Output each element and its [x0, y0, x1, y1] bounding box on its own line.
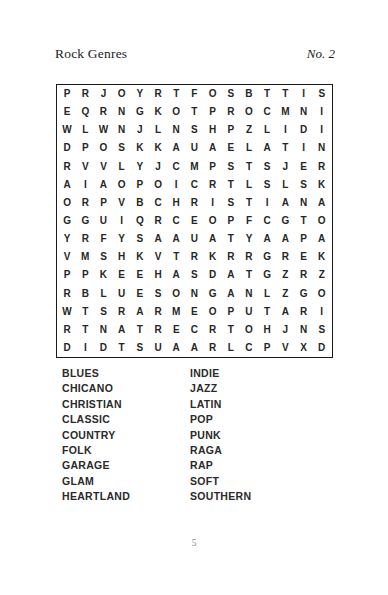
- grid-cell: L: [222, 339, 240, 357]
- puzzle-number: No. 2: [307, 46, 335, 62]
- grid-cell: C: [240, 339, 258, 357]
- grid-cell: E: [185, 303, 203, 321]
- grid-cell: R: [58, 158, 76, 176]
- grid-cell: L: [276, 176, 294, 194]
- grid-cell: I: [294, 85, 312, 103]
- grid-cell: E: [294, 248, 312, 266]
- grid-cell: T: [222, 230, 240, 248]
- grid-cell: E: [131, 266, 149, 284]
- grid-cell: P: [204, 158, 222, 176]
- grid-cell: U: [185, 230, 203, 248]
- grid-cell: T: [185, 103, 203, 121]
- grid-cell: I: [294, 139, 312, 157]
- grid-cell: R: [58, 285, 76, 303]
- grid-cell: Y: [131, 85, 149, 103]
- grid-cell: T: [276, 85, 294, 103]
- grid-cell: S: [258, 176, 276, 194]
- grid-cell: N: [113, 103, 131, 121]
- grid-cell: K: [131, 139, 149, 157]
- grid-cell: U: [113, 285, 131, 303]
- grid-cell: A: [258, 139, 276, 157]
- grid-cell: R: [185, 194, 203, 212]
- grid-cell: U: [185, 139, 203, 157]
- grid-cell: O: [313, 212, 331, 230]
- grid-cell: I: [167, 176, 185, 194]
- grid-cell: V: [58, 248, 76, 266]
- word-list-item: LATIN: [190, 397, 251, 412]
- grid-cell: J: [276, 158, 294, 176]
- grid-cell: R: [149, 303, 167, 321]
- grid-cell: P: [58, 85, 76, 103]
- grid-cell: T: [240, 194, 258, 212]
- grid-cell: K: [204, 248, 222, 266]
- grid-cell: A: [167, 266, 185, 284]
- grid-cell: G: [204, 285, 222, 303]
- grid-cell: A: [185, 339, 203, 357]
- grid-cell: D: [313, 339, 331, 357]
- word-list: BLUESCHICANOCHRISTIANCLASSICCOUNTRYFOLKG…: [62, 366, 251, 505]
- grid-cell: Y: [113, 230, 131, 248]
- grid-cell: O: [204, 212, 222, 230]
- grid-cell: O: [204, 85, 222, 103]
- word-list-item: COUNTRY: [62, 428, 190, 443]
- grid-cell: K: [313, 176, 331, 194]
- grid-cell: J: [94, 85, 112, 103]
- grid-cell: C: [258, 212, 276, 230]
- grid-cell: K: [313, 248, 331, 266]
- grid-cell: B: [240, 85, 258, 103]
- grid-cell: O: [149, 176, 167, 194]
- grid-cell: S: [222, 194, 240, 212]
- grid-cell: O: [313, 285, 331, 303]
- grid-cell: G: [276, 212, 294, 230]
- grid-cell: R: [76, 194, 94, 212]
- grid-cell: A: [276, 230, 294, 248]
- grid-cell: I: [204, 194, 222, 212]
- grid-cell: S: [94, 248, 112, 266]
- grid-cell: L: [113, 158, 131, 176]
- grid-cell: C: [167, 158, 185, 176]
- grid-cell: V: [276, 339, 294, 357]
- grid-cell: T: [113, 339, 131, 357]
- grid-cell: Z: [240, 121, 258, 139]
- grid-cell: T: [276, 139, 294, 157]
- grid-cell: S: [222, 85, 240, 103]
- grid-cell: T: [294, 212, 312, 230]
- grid-cell: G: [76, 212, 94, 230]
- grid-cell: R: [313, 158, 331, 176]
- grid-cell: W: [94, 121, 112, 139]
- grid-cell: P: [294, 230, 312, 248]
- grid-cell: V: [94, 158, 112, 176]
- word-list-item: CHRISTIAN: [62, 397, 190, 412]
- grid-cell: A: [204, 230, 222, 248]
- grid-cell: R: [76, 85, 94, 103]
- grid-cell: T: [222, 321, 240, 339]
- grid-cell: I: [113, 212, 131, 230]
- word-list-item: SOUTHERN: [190, 489, 251, 504]
- grid-cell: R: [222, 248, 240, 266]
- grid-cell: W: [58, 121, 76, 139]
- grid-cell: F: [185, 85, 203, 103]
- grid-cell: A: [222, 266, 240, 284]
- grid-cell: I: [76, 176, 94, 194]
- word-list-item: BLUES: [62, 366, 190, 381]
- grid-cell: B: [76, 285, 94, 303]
- puzzle-title: Rock Genres: [55, 46, 127, 62]
- grid-cell: K: [149, 103, 167, 121]
- word-list-item: INDIE: [190, 366, 251, 381]
- grid-cell: E: [58, 103, 76, 121]
- grid-cell: U: [149, 339, 167, 357]
- grid-cell: V: [113, 194, 131, 212]
- grid-cell: G: [58, 212, 76, 230]
- grid-cell: S: [131, 230, 149, 248]
- grid-cell: I: [313, 121, 331, 139]
- grid-cell: T: [76, 303, 94, 321]
- grid-cell: A: [113, 321, 131, 339]
- grid-cell: J: [276, 321, 294, 339]
- grid-cell: A: [94, 176, 112, 194]
- grid-cell: L: [258, 285, 276, 303]
- grid-cell: N: [294, 194, 312, 212]
- grid-cell: I: [276, 121, 294, 139]
- word-list-column-1: BLUESCHICANOCHRISTIANCLASSICCOUNTRYFOLKG…: [62, 366, 190, 505]
- grid-cell: E: [222, 139, 240, 157]
- grid-cell: L: [240, 176, 258, 194]
- grid-cell: Y: [131, 158, 149, 176]
- grid-cell: M: [276, 103, 294, 121]
- word-list-item: PUNK: [190, 428, 251, 443]
- grid-cell: R: [276, 248, 294, 266]
- grid-cell: F: [94, 230, 112, 248]
- word-list-item: GLAM: [62, 474, 190, 489]
- grid-cell: O: [167, 285, 185, 303]
- grid-cell: V: [76, 158, 94, 176]
- grid-cell: O: [167, 103, 185, 121]
- grid-cell: N: [94, 321, 112, 339]
- grid-cell: M: [167, 303, 185, 321]
- grid-cell: L: [258, 121, 276, 139]
- grid-cell: G: [258, 266, 276, 284]
- page-header: Rock Genres No. 2: [55, 46, 335, 62]
- grid-cell: N: [167, 121, 185, 139]
- word-list-item: SOFT: [190, 474, 251, 489]
- grid-cell: R: [58, 321, 76, 339]
- grid-cell: J: [149, 158, 167, 176]
- grid-cell: O: [240, 103, 258, 121]
- page-number: 5: [0, 538, 388, 548]
- word-list-item: CHICANO: [62, 381, 190, 396]
- word-list-item: CLASSIC: [62, 412, 190, 427]
- grid-cell: L: [94, 285, 112, 303]
- grid-cell: R: [204, 176, 222, 194]
- grid-cell: D: [58, 139, 76, 157]
- grid-cell: C: [167, 212, 185, 230]
- grid-cell: R: [149, 321, 167, 339]
- puzzle-page: Rock Genres No. 2 PRJOYRTFOSBTTISEQRNGKO…: [0, 0, 388, 595]
- grid-cell: A: [258, 230, 276, 248]
- grid-cell: H: [258, 321, 276, 339]
- grid-cell: I: [313, 103, 331, 121]
- word-search-grid: PRJOYRTFOSBTTISEQRNGKOTPROCMNIWLWNJLNSHP…: [56, 84, 333, 358]
- grid-cell: T: [222, 176, 240, 194]
- grid-cell: S: [94, 303, 112, 321]
- word-list-item: RAP: [190, 458, 251, 473]
- grid-cell: N: [113, 121, 131, 139]
- grid-cell: J: [131, 121, 149, 139]
- grid-cell: T: [240, 266, 258, 284]
- word-list-item: RAGA: [190, 443, 251, 458]
- grid-cell: R: [76, 230, 94, 248]
- grid-cell: H: [149, 266, 167, 284]
- grid-cell: Z: [276, 285, 294, 303]
- grid-cell: P: [222, 303, 240, 321]
- grid-cell: R: [204, 339, 222, 357]
- grid-cell: O: [94, 139, 112, 157]
- grid-cell: S: [185, 121, 203, 139]
- grid-cell: I: [313, 303, 331, 321]
- grid-cell: S: [185, 266, 203, 284]
- grid-cell: U: [240, 303, 258, 321]
- grid-cell: O: [58, 194, 76, 212]
- grid-cell: R: [149, 85, 167, 103]
- word-list-item: JAZZ: [190, 381, 251, 396]
- grid-cell: A: [131, 303, 149, 321]
- grid-cell: M: [185, 158, 203, 176]
- grid-cell: A: [167, 339, 185, 357]
- grid-cell: T: [167, 248, 185, 266]
- grid-cell: E: [131, 285, 149, 303]
- grid-cell: K: [131, 248, 149, 266]
- grid-cell: R: [113, 303, 131, 321]
- grid-cell: Z: [276, 266, 294, 284]
- grid-cell: E: [167, 321, 185, 339]
- grid-cell: Y: [58, 230, 76, 248]
- word-list-item: GARAGE: [62, 458, 190, 473]
- grid-cell: R: [294, 303, 312, 321]
- grid-cell: T: [240, 158, 258, 176]
- grid-cell: T: [76, 321, 94, 339]
- word-list-column-2: INDIEJAZZLATINPOPPUNKRAGARAPSOFTSOUTHERN: [190, 366, 251, 505]
- grid-cell: A: [222, 285, 240, 303]
- grid-cell: A: [276, 194, 294, 212]
- grid-cell: R: [222, 103, 240, 121]
- grid-cell: D: [204, 266, 222, 284]
- grid-cell: D: [94, 339, 112, 357]
- grid-cell: N: [294, 103, 312, 121]
- grid-cell: P: [76, 266, 94, 284]
- grid-cell: S: [258, 158, 276, 176]
- grid-cell: G: [131, 103, 149, 121]
- grid-cell: F: [240, 212, 258, 230]
- grid-cell: C: [185, 176, 203, 194]
- grid-cell: E: [185, 212, 203, 230]
- grid-cell: O: [113, 85, 131, 103]
- word-list-item: HEARTLAND: [62, 489, 190, 504]
- grid-cell: H: [167, 194, 185, 212]
- grid-cell: R: [149, 212, 167, 230]
- grid-cell: E: [113, 266, 131, 284]
- grid-cell: C: [185, 321, 203, 339]
- grid-cell: P: [94, 194, 112, 212]
- grid-cell: Q: [76, 103, 94, 121]
- grid-cell: A: [204, 139, 222, 157]
- grid-cell: B: [131, 194, 149, 212]
- grid-cell: E: [294, 158, 312, 176]
- grid-cell: I: [76, 339, 94, 357]
- grid-cell: Y: [240, 230, 258, 248]
- grid-cell: M: [76, 248, 94, 266]
- grid-cell: P: [222, 212, 240, 230]
- grid-cell: X: [294, 339, 312, 357]
- grid-cell: R: [294, 266, 312, 284]
- grid-cell: N: [313, 139, 331, 157]
- grid-cell: N: [240, 285, 258, 303]
- grid-cell: H: [113, 248, 131, 266]
- grid-cell: L: [149, 121, 167, 139]
- grid-cell: G: [258, 248, 276, 266]
- grid-cell: L: [76, 121, 94, 139]
- grid-cell: H: [204, 121, 222, 139]
- grid-cell: N: [294, 321, 312, 339]
- grid-cell: P: [258, 339, 276, 357]
- grid-cell: D: [294, 121, 312, 139]
- grid-cell: O: [240, 321, 258, 339]
- grid-cell: Z: [313, 266, 331, 284]
- grid-cell: P: [76, 139, 94, 157]
- grid-cell: S: [294, 176, 312, 194]
- grid-cell: D: [58, 339, 76, 357]
- grid-cell: S: [149, 285, 167, 303]
- grid-cell: S: [113, 139, 131, 157]
- grid-cell: T: [258, 303, 276, 321]
- grid-cell: G: [294, 285, 312, 303]
- grid-cell: C: [258, 103, 276, 121]
- grid-cell: T: [258, 85, 276, 103]
- grid-cell: R: [185, 248, 203, 266]
- grid-cell: O: [113, 176, 131, 194]
- grid-cell: P: [222, 121, 240, 139]
- word-list-item: POP: [190, 412, 251, 427]
- grid-cell: K: [149, 139, 167, 157]
- grid-cell: Q: [131, 212, 149, 230]
- grid-cell: R: [94, 103, 112, 121]
- grid-cell: V: [149, 248, 167, 266]
- grid-cell: S: [222, 158, 240, 176]
- grid-cell: A: [313, 194, 331, 212]
- grid-cell: S: [131, 339, 149, 357]
- grid-cell: P: [204, 103, 222, 121]
- grid-cell: R: [204, 321, 222, 339]
- word-list-item: FOLK: [62, 443, 190, 458]
- grid-cell: S: [313, 321, 331, 339]
- grid-cell: R: [240, 248, 258, 266]
- grid-cell: T: [131, 321, 149, 339]
- grid-cell: P: [131, 176, 149, 194]
- grid-cell: A: [58, 176, 76, 194]
- grid-cell: A: [167, 230, 185, 248]
- grid-cell: A: [276, 303, 294, 321]
- grid-cell: K: [94, 266, 112, 284]
- grid-cell: A: [313, 230, 331, 248]
- grid-cell: S: [313, 85, 331, 103]
- grid-cell: P: [58, 266, 76, 284]
- grid-cell: O: [204, 303, 222, 321]
- grid-cell: T: [167, 85, 185, 103]
- grid-cell: A: [167, 139, 185, 157]
- grid-cell: L: [240, 139, 258, 157]
- grid-cell: A: [149, 230, 167, 248]
- grid-cell: C: [149, 194, 167, 212]
- grid-cell: U: [94, 212, 112, 230]
- grid-cell: I: [258, 194, 276, 212]
- grid-cell: N: [185, 285, 203, 303]
- grid-cell: W: [58, 303, 76, 321]
